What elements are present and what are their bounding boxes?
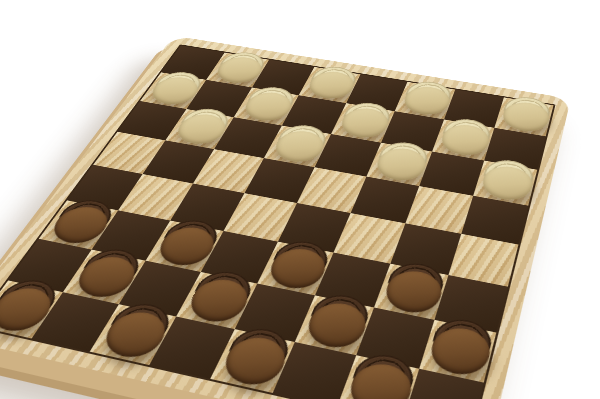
playfield-outline xyxy=(0,44,556,399)
cream-checker[interactable] xyxy=(402,79,455,112)
photo-canvas xyxy=(0,0,600,399)
wooden-frame xyxy=(0,36,571,399)
cream-checker[interactable] xyxy=(501,94,553,128)
checkers-board xyxy=(0,36,571,399)
board-scene xyxy=(0,0,600,399)
board-grid xyxy=(0,46,553,399)
